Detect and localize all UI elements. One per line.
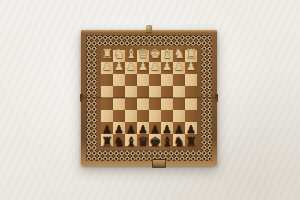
piece-light-pawn[interactable]: ♟ [149, 60, 161, 72]
square-r6c2[interactable] [113, 110, 125, 122]
square-r5c7[interactable] [173, 98, 185, 110]
square-r6c4[interactable] [137, 110, 149, 122]
square-r5c4[interactable] [137, 98, 149, 110]
square-r5c3[interactable] [125, 98, 137, 110]
square-r8c2[interactable]: ♞ [113, 134, 125, 146]
square-r2c1[interactable]: ♟ [101, 62, 113, 74]
square-r2c2[interactable]: ♟ [113, 62, 125, 74]
square-r3c7[interactable] [173, 74, 185, 86]
chess-box: ♜♞♝♛♚♝♞♜♟♟♟♟♟♟♟♟♟♟♟♟♟♟♟♟♜♞♝♛♚♝♞♜ [81, 30, 217, 166]
square-r6c5[interactable] [149, 110, 161, 122]
square-r2c8[interactable]: ♟ [185, 62, 197, 74]
left-hinge [80, 94, 83, 102]
piece-dark-knight[interactable]: ♞ [173, 135, 185, 147]
piece-light-pawn[interactable]: ♟ [173, 60, 185, 72]
square-r7c5[interactable]: ♟ [149, 122, 161, 134]
square-r7c6[interactable]: ♟ [161, 122, 173, 134]
piece-light-king[interactable]: ♚ [149, 47, 161, 59]
square-r8c4[interactable]: ♛ [137, 134, 149, 146]
piece-light-pawn[interactable]: ♟ [137, 60, 149, 72]
square-r2c6[interactable]: ♟ [161, 62, 173, 74]
piece-light-pawn[interactable]: ♟ [185, 60, 197, 72]
top-clasp-knob [146, 25, 152, 32]
piece-light-rook[interactable]: ♜ [185, 47, 197, 59]
square-r8c6[interactable]: ♝ [161, 134, 173, 146]
square-r7c8[interactable]: ♟ [185, 122, 197, 134]
square-r2c3[interactable]: ♟ [125, 62, 137, 74]
piece-dark-bishop[interactable]: ♝ [161, 135, 173, 147]
bottom-clasp-tab [152, 159, 166, 168]
square-r6c7[interactable] [173, 110, 185, 122]
square-r7c7[interactable]: ♟ [173, 122, 185, 134]
square-r3c4[interactable] [137, 74, 149, 86]
square-r8c5[interactable]: ♚ [149, 134, 161, 146]
piece-light-knight[interactable]: ♞ [113, 47, 125, 59]
piece-light-queen[interactable]: ♛ [137, 47, 149, 59]
piece-light-rook[interactable]: ♜ [101, 47, 113, 59]
square-r8c3[interactable]: ♝ [125, 134, 137, 146]
square-r3c8[interactable] [185, 74, 197, 86]
piece-light-bishop[interactable]: ♝ [125, 47, 137, 59]
square-r8c8[interactable]: ♜ [185, 134, 197, 146]
piece-light-knight[interactable]: ♞ [173, 47, 185, 59]
square-r3c6[interactable] [161, 74, 173, 86]
piece-light-pawn[interactable]: ♟ [101, 60, 113, 72]
square-r7c1[interactable]: ♟ [101, 122, 113, 134]
square-r8c7[interactable]: ♞ [173, 134, 185, 146]
fold-seam [83, 97, 215, 99]
square-r5c5[interactable] [149, 98, 161, 110]
square-r6c3[interactable] [125, 110, 137, 122]
piece-light-pawn[interactable]: ♟ [161, 60, 173, 72]
square-r6c8[interactable] [185, 110, 197, 122]
right-hinge [215, 94, 218, 102]
square-r2c7[interactable]: ♟ [173, 62, 185, 74]
square-r3c5[interactable] [149, 74, 161, 86]
piece-light-pawn[interactable]: ♟ [125, 60, 137, 72]
square-r7c3[interactable]: ♟ [125, 122, 137, 134]
piece-light-pawn[interactable]: ♟ [113, 60, 125, 72]
square-r5c6[interactable] [161, 98, 173, 110]
square-r2c5[interactable]: ♟ [149, 62, 161, 74]
square-r5c1[interactable] [101, 98, 113, 110]
square-r5c2[interactable] [113, 98, 125, 110]
photo-background: ♜♞♝♛♚♝♞♜♟♟♟♟♟♟♟♟♟♟♟♟♟♟♟♟♜♞♝♛♚♝♞♜ [0, 0, 300, 200]
piece-light-bishop[interactable]: ♝ [161, 47, 173, 59]
square-r5c8[interactable] [185, 98, 197, 110]
square-r6c6[interactable] [161, 110, 173, 122]
square-r3c1[interactable] [101, 74, 113, 86]
square-r3c3[interactable] [125, 74, 137, 86]
square-r8c1[interactable]: ♜ [101, 134, 113, 146]
piece-dark-queen[interactable]: ♛ [137, 135, 149, 147]
square-r3c2[interactable] [113, 74, 125, 86]
piece-dark-bishop[interactable]: ♝ [125, 135, 137, 147]
square-r7c4[interactable]: ♟ [137, 122, 149, 134]
piece-dark-knight[interactable]: ♞ [113, 135, 125, 147]
piece-dark-rook[interactable]: ♜ [185, 135, 197, 147]
square-r7c2[interactable]: ♟ [113, 122, 125, 134]
square-r2c4[interactable]: ♟ [137, 62, 149, 74]
square-r6c1[interactable] [101, 110, 113, 122]
piece-dark-rook[interactable]: ♜ [101, 135, 113, 147]
piece-dark-king[interactable]: ♚ [149, 135, 161, 147]
